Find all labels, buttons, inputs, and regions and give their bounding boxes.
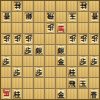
shogi-piece-馬-9i[interactable]: 馬 [2,89,11,99]
board-cell[interactable] [78,45,88,55]
board-cell[interactable]: 銀 [56,45,66,55]
shogi-piece-桂-8a[interactable]: 桂 [13,1,22,11]
board-cell[interactable]: 歩 [1,34,11,44]
board-cell[interactable]: 歩 [89,34,99,44]
shogi-piece-歩-9d[interactable]: 歩 [2,34,11,44]
board-cell[interactable] [56,67,66,77]
shogi-piece-香-1i[interactable]: 香 [90,89,99,99]
board-cell[interactable] [23,23,33,33]
board-cell[interactable]: 桂 [67,67,77,77]
shogi-piece-馬-4c[interactable]: 馬 [57,23,66,33]
board-cell[interactable] [45,1,55,11]
shogi-piece-香-9b[interactable]: 香 [2,12,11,22]
board-cell[interactable]: 馬 [1,89,11,99]
board-cell[interactable] [56,34,66,44]
board-cell[interactable] [67,56,77,66]
shogi-piece-金-4f[interactable]: 金 [57,56,66,66]
board-cell[interactable] [12,78,22,88]
board-cell[interactable] [45,45,55,55]
board-cell[interactable] [12,23,22,33]
board-cell[interactable]: 歩 [1,56,11,66]
shogi-piece-金-4i[interactable]: 金 [57,89,66,99]
board-cell[interactable] [56,12,66,22]
board-cell[interactable]: 歩 [78,56,88,66]
board-cell[interactable]: 玉 [67,12,77,22]
board-cell[interactable] [12,56,22,66]
board-cell[interactable] [1,78,11,88]
shogi-piece-歩-6g[interactable]: 歩 [35,67,44,77]
board-cell[interactable]: 香 [89,12,99,22]
board-cell[interactable] [45,67,55,77]
board-cell[interactable] [34,23,44,33]
shogi-piece-歩-5c[interactable]: 歩 [46,23,55,33]
board-cell[interactable]: 歩 [23,45,33,55]
board-cell[interactable] [45,78,55,88]
board-cell[interactable] [78,89,88,99]
board-cell[interactable] [89,45,99,55]
shogi-screenshot: 桂桂香銀飛玉香歩馬歩歩歩歩歩歩歩銀銀歩金歩歩歩歩桂飛玉馬桂金香 [0,0,100,100]
board-cell[interactable] [12,12,22,22]
board-cell[interactable] [78,67,88,77]
shogi-piece-桂-2a[interactable]: 桂 [79,1,88,11]
board-cell[interactable]: 歩 [45,23,55,33]
board-cell[interactable]: 桂 [78,1,88,11]
board-cell[interactable] [23,56,33,66]
board-cell[interactable] [34,12,44,22]
shogi-piece-桂-8i[interactable]: 桂 [13,89,22,99]
board-cell[interactable]: 香 [1,12,11,22]
shogi-piece-歩-7e[interactable]: 歩 [24,45,33,55]
board-cell[interactable] [23,89,33,99]
board-cell[interactable] [34,78,44,88]
board-cell[interactable]: 馬 [56,23,66,33]
board-cell[interactable]: 金 [56,89,66,99]
board-cell[interactable] [34,56,44,66]
board-cell[interactable] [34,89,44,99]
shogi-board: 桂桂香銀飛玉香歩馬歩歩歩歩歩歩歩銀銀歩金歩歩歩歩桂飛玉馬桂金香 [0,0,100,100]
shogi-piece-歩-3d[interactable]: 歩 [68,34,77,44]
shogi-piece-歩-9f[interactable]: 歩 [2,56,11,66]
board-cell[interactable]: 飛 [45,12,55,22]
shogi-piece-歩-2d[interactable]: 歩 [79,34,88,44]
shogi-piece-歩-1d[interactable]: 歩 [90,34,99,44]
shogi-piece-銀-4e[interactable]: 銀 [57,45,66,55]
board-cell[interactable] [1,1,11,11]
board-cell[interactable] [78,23,88,33]
shogi-piece-歩-8g[interactable]: 歩 [13,67,22,77]
shogi-piece-歩-8d[interactable]: 歩 [13,34,22,44]
board-cell[interactable] [89,23,99,33]
shogi-piece-香-1b[interactable]: 香 [90,12,99,22]
board-cell[interactable]: 銀 [34,45,44,55]
shogi-piece-飛-3h[interactable]: 飛 [68,78,77,88]
shogi-piece-銀-7b[interactable]: 銀 [24,12,33,22]
board-cell[interactable] [78,12,88,22]
shogi-piece-歩-2f[interactable]: 歩 [79,56,88,66]
board-cell[interactable]: 歩 [12,67,22,77]
board-cell[interactable] [67,45,77,55]
board-cell[interactable]: 歩 [34,67,44,77]
board-cell[interactable] [56,78,66,88]
board-cell[interactable] [23,1,33,11]
board-cell[interactable]: 金 [56,56,66,66]
board-cell[interactable]: 歩 [23,34,33,44]
shogi-piece-桂-3g[interactable]: 桂 [68,67,77,77]
board-cell[interactable] [45,34,55,44]
board-cell[interactable]: 飛 [67,78,77,88]
board-cell[interactable]: 玉 [78,78,88,88]
board-cell[interactable] [89,78,99,88]
board-cell[interactable] [89,67,99,77]
board-cell[interactable]: 歩 [67,34,77,44]
board-cell[interactable]: 銀 [23,12,33,22]
board-cell[interactable] [34,1,44,11]
shogi-piece-玉-2h[interactable]: 玉 [79,78,88,88]
board-cell[interactable] [45,56,55,66]
board-cell[interactable] [67,89,77,99]
board-cell[interactable] [1,67,11,77]
board-cell[interactable]: 歩 [78,34,88,44]
board-cell[interactable] [34,34,44,44]
board-cell[interactable] [45,89,55,99]
shogi-piece-玉-3b[interactable]: 玉 [68,12,77,22]
board-cell[interactable] [12,45,22,55]
board-cell[interactable] [67,1,77,11]
board-cell[interactable]: 歩 [12,34,22,44]
board-cell[interactable]: 桂 [12,89,22,99]
board-cell[interactable] [1,45,11,55]
shogi-piece-飛-5b[interactable]: 飛 [46,12,55,22]
board-cell[interactable] [23,78,33,88]
board-cell[interactable] [23,67,33,77]
board-cell[interactable] [89,1,99,11]
board-cell[interactable] [1,23,11,33]
shogi-piece-歩-1f[interactable]: 歩 [90,56,99,66]
shogi-piece-銀-6e[interactable]: 銀 [35,45,44,55]
board-cell[interactable]: 桂 [12,1,22,11]
board-cell[interactable] [56,1,66,11]
board-cell[interactable] [67,23,77,33]
shogi-piece-歩-7d[interactable]: 歩 [24,34,33,44]
board-cell[interactable]: 歩 [89,56,99,66]
board-cell[interactable]: 香 [89,89,99,99]
